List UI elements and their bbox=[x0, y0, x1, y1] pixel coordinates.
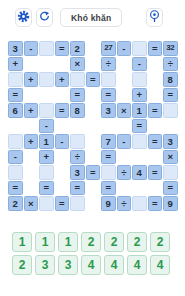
grid-background bbox=[148, 181, 163, 196]
grid-given-cell-r1c6: ÷ bbox=[101, 57, 116, 72]
grid-given-cell-r10c9: = bbox=[148, 196, 163, 211]
grid-given-cell-r3c6: = bbox=[101, 88, 116, 103]
grid-given-cell-r10c10: 9 bbox=[163, 196, 178, 211]
grid-empty-cell-r0c2[interactable] bbox=[39, 41, 54, 56]
grid-background bbox=[24, 119, 39, 134]
grid-given-cell-r9c4: = bbox=[70, 181, 85, 196]
grid-background bbox=[86, 134, 101, 149]
grid-given-cell-r2c3: + bbox=[55, 72, 70, 87]
grid-background bbox=[163, 119, 178, 134]
hint-button[interactable] bbox=[146, 8, 163, 27]
grid-given-cell-r0c10: 32 bbox=[163, 41, 178, 56]
grid-given-cell-r10c7: ÷ bbox=[117, 196, 132, 211]
puzzle-grid: 3-=227-=32+×÷-÷++=8===+=6+=83×1=-=+1-7-=… bbox=[8, 41, 185, 211]
tray-tile[interactable]: 4 bbox=[150, 255, 170, 275]
grid-given-cell-r7c6: = bbox=[101, 150, 116, 165]
grid-background bbox=[39, 57, 54, 72]
grid-background bbox=[24, 181, 39, 196]
tray-tile[interactable]: 2 bbox=[150, 232, 170, 252]
grid-given-cell-r0c4: 2 bbox=[70, 41, 85, 56]
tray-tile[interactable]: 2 bbox=[81, 232, 101, 252]
grid-background bbox=[86, 196, 101, 211]
grid-given-cell-r10c3: = bbox=[55, 196, 70, 211]
grid-background bbox=[117, 57, 132, 72]
grid-background bbox=[55, 150, 70, 165]
grid-background bbox=[117, 88, 132, 103]
grid-background bbox=[86, 119, 101, 134]
grid-given-cell-r7c4: ÷ bbox=[70, 150, 85, 165]
grid-given-cell-r3c0: = bbox=[8, 88, 23, 103]
grid-empty-cell-r10c2[interactable] bbox=[39, 196, 54, 211]
grid-empty-cell-r4c2[interactable] bbox=[39, 103, 54, 118]
grid-given-cell-r0c7: - bbox=[117, 41, 132, 56]
grid-given-cell-r3c8: + bbox=[132, 88, 147, 103]
number-tray: 11122222334444 bbox=[12, 232, 185, 275]
grid-given-cell-r4c6: 3 bbox=[101, 103, 116, 118]
grid-background bbox=[117, 72, 132, 87]
gear-icon bbox=[17, 10, 30, 26]
tray-tile[interactable]: 3 bbox=[35, 255, 55, 275]
grid-given-cell-r6c1: + bbox=[24, 134, 39, 149]
grid-empty-cell-r2c0[interactable] bbox=[8, 72, 23, 87]
grid-empty-cell-r2c8[interactable] bbox=[132, 72, 147, 87]
grid-given-cell-r0c1: - bbox=[24, 41, 39, 56]
tray-tile[interactable]: 2 bbox=[127, 232, 147, 252]
grid-empty-cell-r10c4[interactable] bbox=[70, 196, 85, 211]
settings-button[interactable] bbox=[15, 8, 32, 27]
grid-given-cell-r4c1: + bbox=[24, 103, 39, 118]
hint-icon bbox=[148, 9, 161, 26]
tray-tile[interactable]: 4 bbox=[104, 255, 124, 275]
grid-background bbox=[86, 57, 101, 72]
grid-given-cell-r7c2: + bbox=[39, 150, 54, 165]
grid-background bbox=[39, 88, 54, 103]
grid-background bbox=[148, 72, 163, 87]
grid-given-cell-r4c9: = bbox=[148, 103, 163, 118]
grid-given-cell-r6c6: 7 bbox=[101, 134, 116, 149]
grid-empty-cell-r6c0[interactable] bbox=[8, 134, 23, 149]
grid-given-cell-r3c4: = bbox=[70, 88, 85, 103]
grid-given-cell-r8c8: 4 bbox=[132, 165, 147, 180]
grid-background bbox=[24, 57, 39, 72]
grid-background bbox=[70, 119, 85, 134]
difficulty-button[interactable]: Khó khăn bbox=[60, 8, 122, 27]
grid-background bbox=[101, 119, 116, 134]
grid-given-cell-r4c4: 8 bbox=[70, 103, 85, 118]
grid-background bbox=[55, 165, 70, 180]
grid-given-cell-r10c6: 9 bbox=[101, 196, 116, 211]
grid-empty-cell-r0c8[interactable] bbox=[132, 41, 147, 56]
grid-given-cell-r1c10: ÷ bbox=[163, 57, 178, 72]
grid-empty-cell-r6c4[interactable] bbox=[70, 134, 85, 149]
grid-given-cell-r10c1: × bbox=[24, 196, 39, 211]
grid-background bbox=[148, 150, 163, 165]
grid-background bbox=[86, 103, 101, 118]
grid-given-cell-r1c4: × bbox=[70, 57, 85, 72]
grid-given-cell-r8c7: ÷ bbox=[117, 165, 132, 180]
grid-given-cell-r10c0: 2 bbox=[8, 196, 23, 211]
grid-empty-cell-r2c4[interactable] bbox=[70, 72, 85, 87]
tray-tile[interactable]: 2 bbox=[12, 255, 32, 275]
tray-row-1: 1112222 bbox=[12, 232, 185, 252]
grid-empty-cell-r6c8[interactable] bbox=[132, 134, 147, 149]
toolbar: Khó khăn bbox=[0, 0, 185, 27]
grid-empty-cell-r4c10[interactable] bbox=[163, 103, 178, 118]
grid-given-cell-r6c2: 1 bbox=[39, 134, 54, 149]
grid-given-cell-r4c3: = bbox=[55, 103, 70, 118]
grid-background bbox=[24, 88, 39, 103]
grid-given-cell-r0c6: 27 bbox=[101, 41, 116, 56]
grid-background bbox=[132, 181, 147, 196]
grid-given-cell-r1c0: + bbox=[8, 57, 23, 72]
grid-background bbox=[86, 150, 101, 165]
grid-background bbox=[117, 119, 132, 134]
tray-tile[interactable]: 4 bbox=[81, 255, 101, 275]
tray-tile[interactable]: 1 bbox=[12, 232, 32, 252]
grid-background bbox=[24, 150, 39, 165]
grid-given-cell-r7c10: × bbox=[163, 150, 178, 165]
grid-background bbox=[86, 88, 101, 103]
tray-tile[interactable]: 1 bbox=[35, 232, 55, 252]
grid-empty-cell-r10c8[interactable] bbox=[132, 196, 147, 211]
grid-given-cell-r0c9: = bbox=[148, 41, 163, 56]
grid-background bbox=[148, 88, 163, 103]
grid-given-cell-r6c3: - bbox=[55, 134, 70, 149]
grid-given-cell-r2c1: + bbox=[24, 72, 39, 87]
grid-background bbox=[55, 88, 70, 103]
grid-given-cell-r0c3: = bbox=[55, 41, 70, 56]
grid-empty-cell-r8c2[interactable] bbox=[39, 165, 54, 180]
grid-background bbox=[8, 119, 23, 134]
grid-empty-cell-r2c6[interactable] bbox=[101, 72, 116, 87]
grid-given-cell-r1c8: - bbox=[132, 57, 147, 72]
grid-given-cell-r6c7: - bbox=[117, 134, 132, 149]
grid-given-cell-r7c0: - bbox=[8, 150, 23, 165]
grid-given-cell-r0c0: 3 bbox=[8, 41, 23, 56]
grid-empty-cell-r8c10[interactable] bbox=[163, 165, 178, 180]
grid-given-cell-r9c2: = bbox=[39, 181, 54, 196]
grid-background bbox=[117, 150, 132, 165]
tray-tile[interactable]: 1 bbox=[58, 232, 78, 252]
grid-given-cell-r9c0: = bbox=[8, 181, 23, 196]
grid-given-cell-r8c4: 3 bbox=[70, 165, 85, 180]
grid-background bbox=[55, 181, 70, 196]
grid-given-cell-r8c5: = bbox=[86, 165, 101, 180]
refresh-icon bbox=[38, 10, 51, 26]
grid-background bbox=[132, 150, 147, 165]
grid-background bbox=[55, 119, 70, 134]
grid-given-cell-r5c8: = bbox=[132, 119, 147, 134]
grid-given-cell-r6c9: = bbox=[148, 134, 163, 149]
grid-given-cell-r5c2: - bbox=[39, 119, 54, 134]
grid-given-cell-r2c5: = bbox=[86, 72, 101, 87]
tray-tile[interactable]: 3 bbox=[58, 255, 78, 275]
tray-tile[interactable]: 2 bbox=[104, 232, 124, 252]
grid-background bbox=[24, 165, 39, 180]
tray-row-2: 2334444 bbox=[12, 255, 185, 275]
grid-background bbox=[117, 181, 132, 196]
grid-background bbox=[86, 41, 101, 56]
grid-given-cell-r9c10: = bbox=[163, 181, 178, 196]
grid-given-cell-r4c0: 6 bbox=[8, 103, 23, 118]
grid-given-cell-r4c7: × bbox=[117, 103, 132, 118]
grid-background bbox=[55, 57, 70, 72]
grid-given-cell-r4c8: 1 bbox=[132, 103, 147, 118]
grid-given-cell-r8c9: = bbox=[148, 165, 163, 180]
grid-background bbox=[86, 181, 101, 196]
grid-background bbox=[148, 57, 163, 72]
grid-given-cell-r6c10: 3 bbox=[163, 134, 178, 149]
grid-given-cell-r2c10: 8 bbox=[163, 72, 178, 87]
difficulty-label: Khó khăn bbox=[71, 13, 111, 23]
grid-given-cell-r3c10: = bbox=[163, 88, 178, 103]
grid-background bbox=[148, 119, 163, 134]
tray-tile[interactable]: 4 bbox=[127, 255, 147, 275]
restart-button[interactable] bbox=[36, 8, 53, 27]
grid-empty-cell-r8c6[interactable] bbox=[101, 165, 116, 180]
grid-empty-cell-r2c2[interactable] bbox=[39, 72, 54, 87]
grid-given-cell-r9c6: = bbox=[101, 181, 116, 196]
grid-empty-cell-r8c0[interactable] bbox=[8, 165, 23, 180]
